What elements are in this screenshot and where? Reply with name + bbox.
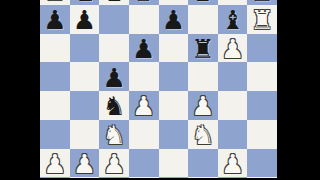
square-f1[interactable]: [188, 177, 218, 178]
square-e6[interactable]: [159, 34, 189, 63]
square-f6[interactable]: ♜: [188, 34, 218, 63]
piece-black-pawn: ♟: [73, 7, 96, 33]
square-e1[interactable]: [159, 177, 189, 178]
square-c4[interactable]: ♞: [99, 91, 129, 120]
square-e2[interactable]: [159, 149, 189, 178]
square-g3[interactable]: [218, 120, 248, 149]
square-f2[interactable]: [188, 149, 218, 178]
letterbox-bar-bottom: [0, 178, 320, 180]
square-b4[interactable]: [70, 91, 100, 120]
square-d6[interactable]: ♟: [129, 34, 159, 63]
piece-white-pawn: ♟: [132, 93, 155, 119]
square-b6[interactable]: [70, 34, 100, 63]
square-g2[interactable]: ♟: [218, 149, 248, 178]
square-d4[interactable]: ♟: [129, 91, 159, 120]
square-e5[interactable]: [159, 62, 189, 91]
square-a7[interactable]: ♟: [40, 5, 70, 34]
piece-black-bishop: ♝: [221, 7, 244, 33]
square-h7[interactable]: ♜: [247, 5, 277, 34]
square-d2[interactable]: [129, 149, 159, 178]
piece-black-queen: ♛: [132, 0, 155, 4]
square-e3[interactable]: [159, 120, 189, 149]
square-c6[interactable]: [99, 34, 129, 63]
piece-black-bishop: ♝: [102, 0, 125, 4]
square-f4[interactable]: ♟: [188, 91, 218, 120]
square-f3[interactable]: ♞: [188, 120, 218, 149]
square-a3[interactable]: [40, 120, 70, 149]
letterbox-bar-right: [277, 0, 320, 180]
piece-white-pawn: ♟: [191, 93, 214, 119]
square-a4[interactable]: [40, 91, 70, 120]
piece-white-rook: ♜: [251, 7, 274, 33]
square-f5[interactable]: [188, 62, 218, 91]
piece-white-knight: ♞: [102, 122, 125, 148]
piece-white-pawn: ♟: [43, 150, 66, 176]
square-g4[interactable]: [218, 91, 248, 120]
square-g7[interactable]: ♝: [218, 5, 248, 34]
square-a5[interactable]: [40, 62, 70, 91]
square-d3[interactable]: [129, 120, 159, 149]
piece-white-pawn: ♟: [221, 150, 244, 176]
square-h6[interactable]: [247, 34, 277, 63]
piece-black-rook: ♜: [43, 0, 66, 4]
piece-black-king: ♚: [191, 0, 214, 4]
square-b3[interactable]: [70, 120, 100, 149]
square-g6[interactable]: ♟: [218, 34, 248, 63]
square-g1[interactable]: [218, 177, 248, 178]
square-c2[interactable]: ♟: [99, 149, 129, 178]
square-c5[interactable]: ♟: [99, 62, 129, 91]
square-h1[interactable]: [247, 177, 277, 178]
square-e7[interactable]: ♟: [159, 5, 189, 34]
piece-white-knight: ♞: [191, 122, 214, 148]
square-c3[interactable]: ♞: [99, 120, 129, 149]
square-a6[interactable]: [40, 34, 70, 63]
piece-black-knight: ♞: [102, 93, 125, 119]
square-h3[interactable]: [247, 120, 277, 149]
letterbox-bar-left: [0, 0, 40, 180]
square-e4[interactable]: [159, 91, 189, 120]
square-h5[interactable]: [247, 62, 277, 91]
piece-white-pawn: ♟: [221, 36, 244, 62]
square-b7[interactable]: ♟: [70, 5, 100, 34]
piece-white-pawn: ♟: [73, 150, 96, 176]
chess-board: ♜♞♝♛♚♜♟♟♟♝♜♟♜♟♟♞♟♟♞♞♟♟♟♟: [40, 0, 277, 178]
square-d1[interactable]: [129, 177, 159, 178]
square-g5[interactable]: [218, 62, 248, 91]
piece-black-pawn: ♟: [43, 7, 66, 33]
square-h2[interactable]: [247, 149, 277, 178]
piece-black-pawn: ♟: [102, 64, 125, 90]
square-c1[interactable]: [99, 177, 129, 178]
square-b5[interactable]: [70, 62, 100, 91]
piece-black-rook: ♜: [191, 36, 214, 62]
square-b1[interactable]: [70, 177, 100, 178]
square-a1[interactable]: [40, 177, 70, 178]
chess-board-viewport: ♜♞♝♛♚♜♟♟♟♝♜♟♜♟♟♞♟♟♞♞♟♟♟♟: [40, 0, 277, 178]
piece-black-pawn: ♟: [162, 7, 185, 33]
square-d5[interactable]: [129, 62, 159, 91]
square-a2[interactable]: ♟: [40, 149, 70, 178]
square-f7[interactable]: [188, 5, 218, 34]
square-d7[interactable]: [129, 5, 159, 34]
piece-black-rook: ♜: [251, 0, 274, 4]
square-h4[interactable]: [247, 91, 277, 120]
square-c7[interactable]: [99, 5, 129, 34]
piece-black-knight: ♞: [73, 0, 96, 4]
square-b2[interactable]: ♟: [70, 149, 100, 178]
piece-white-pawn: ♟: [102, 150, 125, 176]
piece-black-pawn: ♟: [132, 36, 155, 62]
